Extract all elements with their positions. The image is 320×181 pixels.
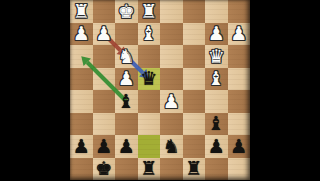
piece-black-bishop-f5[interactable]: ♝ (115, 90, 138, 113)
piece-white-pawn-b2[interactable]: ♟ (205, 23, 228, 46)
piece-black-pawn-a7[interactable]: ♟ (228, 135, 251, 158)
square-e6[interactable] (138, 113, 161, 136)
piece-black-rook-e8[interactable]: ♜ (138, 158, 161, 181)
piece-black-pawn-f7[interactable]: ♟ (115, 135, 138, 158)
piece-white-bishop-b4[interactable]: ♝ (205, 68, 228, 91)
square-a5[interactable] (228, 90, 251, 113)
piece-black-rook-c8[interactable]: ♜ (183, 158, 206, 181)
square-h4[interactable] (70, 68, 93, 91)
square-f6[interactable] (115, 113, 138, 136)
piece-black-queen-e4[interactable]: ♛ (138, 68, 161, 91)
piece-black-pawn-g7[interactable]: ♟ (93, 135, 116, 158)
square-h8[interactable] (70, 158, 93, 181)
square-d8[interactable] (160, 158, 183, 181)
square-d6[interactable] (160, 113, 183, 136)
square-h5[interactable] (70, 90, 93, 113)
square-g4[interactable] (93, 68, 116, 91)
square-c2[interactable] (183, 23, 206, 46)
square-g1[interactable] (93, 0, 116, 23)
letterbox-right (250, 0, 320, 180)
piece-white-rook-h1[interactable]: ♜ (70, 0, 93, 23)
square-b5[interactable] (205, 90, 228, 113)
square-d4[interactable] (160, 68, 183, 91)
square-a1[interactable] (228, 0, 251, 23)
square-f2[interactable] (115, 23, 138, 46)
letterbox-left (0, 0, 70, 180)
piece-black-bishop-b6[interactable]: ♝ (205, 113, 228, 136)
piece-black-knight-d7[interactable]: ♞ (160, 135, 183, 158)
square-c4[interactable] (183, 68, 206, 91)
piece-white-pawn-d5[interactable]: ♟ (160, 90, 183, 113)
square-g6[interactable] (93, 113, 116, 136)
piece-white-pawn-f4[interactable]: ♟ (115, 68, 138, 91)
piece-white-pawn-g2[interactable]: ♟ (93, 23, 116, 46)
video-frame: ♜♚♜♟♟♝♟♟♞♛♟♝♟♛♝♝♟♟♟♞♟♟♚♜♜ (0, 0, 320, 180)
piece-white-rook-e1[interactable]: ♜ (138, 0, 161, 23)
square-f8[interactable] (115, 158, 138, 181)
piece-black-pawn-b7[interactable]: ♟ (205, 135, 228, 158)
square-c5[interactable] (183, 90, 206, 113)
square-c3[interactable] (183, 45, 206, 68)
square-b1[interactable] (205, 0, 228, 23)
square-a4[interactable] (228, 68, 251, 91)
square-a3[interactable] (228, 45, 251, 68)
square-c6[interactable] (183, 113, 206, 136)
piece-black-pawn-h7[interactable]: ♟ (70, 135, 93, 158)
square-c1[interactable] (183, 0, 206, 23)
square-e5[interactable] (138, 90, 161, 113)
square-b8[interactable] (205, 158, 228, 181)
square-d3[interactable] (160, 45, 183, 68)
chess-board-wrap: ♜♚♜♟♟♝♟♟♞♛♟♝♟♛♝♝♟♟♟♞♟♟♚♜♜ (70, 0, 250, 180)
square-h3[interactable] (70, 45, 93, 68)
square-g3[interactable] (93, 45, 116, 68)
piece-white-queen-b3[interactable]: ♛ (205, 45, 228, 68)
piece-white-pawn-a2[interactable]: ♟ (228, 23, 251, 46)
square-d2[interactable] (160, 23, 183, 46)
square-h6[interactable] (70, 113, 93, 136)
square-a8[interactable] (228, 158, 251, 181)
piece-white-king-f1[interactable]: ♚ (115, 0, 138, 23)
piece-black-king-g8[interactable]: ♚ (93, 158, 116, 181)
square-c7[interactable] (183, 135, 206, 158)
square-a6[interactable] (228, 113, 251, 136)
square-g5[interactable] (93, 90, 116, 113)
piece-white-pawn-h2[interactable]: ♟ (70, 23, 93, 46)
piece-white-knight-f3[interactable]: ♞ (115, 45, 138, 68)
square-d1[interactable] (160, 0, 183, 23)
square-e3[interactable] (138, 45, 161, 68)
square-e7[interactable] (138, 135, 161, 158)
piece-white-bishop-e2[interactable]: ♝ (138, 23, 161, 46)
